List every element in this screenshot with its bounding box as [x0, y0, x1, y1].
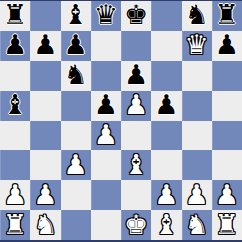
square-e1[interactable]: ♚: [121, 210, 151, 240]
square-g1[interactable]: ♞: [182, 210, 212, 240]
square-h7[interactable]: ♟: [212, 31, 242, 61]
square-d4[interactable]: ♟: [91, 121, 121, 151]
piece-white-bishop-e3[interactable]: ♝: [124, 151, 148, 178]
square-d5[interactable]: ♟: [91, 91, 121, 121]
piece-black-bishop-a5[interactable]: ♝: [3, 91, 27, 118]
square-c4[interactable]: [61, 121, 91, 151]
square-c2[interactable]: [61, 180, 91, 210]
square-g3[interactable]: [182, 150, 212, 180]
square-c6[interactable]: ♞: [61, 61, 91, 91]
square-c7[interactable]: ♟: [61, 31, 91, 61]
square-g7[interactable]: ♛: [182, 31, 212, 61]
square-b2[interactable]: ♟: [30, 180, 60, 210]
square-e2[interactable]: [121, 180, 151, 210]
square-f4[interactable]: [151, 121, 181, 151]
square-a6[interactable]: [0, 61, 30, 91]
square-e7[interactable]: [121, 31, 151, 61]
square-g2[interactable]: ♟: [182, 180, 212, 210]
piece-white-pawn-d4[interactable]: ♟: [94, 121, 118, 148]
piece-white-pawn-b2[interactable]: ♟: [33, 181, 57, 208]
square-a3[interactable]: [0, 150, 30, 180]
square-c8[interactable]: ♝: [61, 1, 91, 31]
square-d2[interactable]: [91, 180, 121, 210]
square-b4[interactable]: [30, 121, 60, 151]
square-d1[interactable]: [91, 210, 121, 240]
square-c5[interactable]: [61, 91, 91, 121]
piece-black-bishop-c8[interactable]: ♝: [64, 1, 88, 28]
square-b8[interactable]: [30, 1, 60, 31]
piece-black-pawn-e6[interactable]: ♟: [124, 61, 148, 88]
piece-white-pawn-a2[interactable]: ♟: [3, 181, 27, 208]
piece-white-bishop-f1[interactable]: ♝: [154, 211, 178, 238]
square-h6[interactable]: [212, 61, 242, 91]
piece-white-knight-b1[interactable]: ♞: [33, 211, 57, 238]
square-h1[interactable]: ♜: [212, 210, 242, 240]
square-f6[interactable]: [151, 61, 181, 91]
square-a4[interactable]: [0, 121, 30, 151]
piece-black-rook-a8[interactable]: ♜: [3, 1, 27, 28]
piece-black-rook-h8[interactable]: ♜: [215, 1, 239, 28]
piece-black-queen-d8[interactable]: ♛: [94, 1, 118, 28]
square-g5[interactable]: [182, 91, 212, 121]
square-b1[interactable]: ♞: [30, 210, 60, 240]
piece-white-knight-g1[interactable]: ♞: [185, 211, 209, 238]
square-d8[interactable]: ♛: [91, 1, 121, 31]
square-f2[interactable]: ♟: [151, 180, 181, 210]
square-f3[interactable]: [151, 150, 181, 180]
piece-black-pawn-b7[interactable]: ♟: [33, 31, 57, 58]
square-h4[interactable]: [212, 121, 242, 151]
square-f1[interactable]: ♝: [151, 210, 181, 240]
piece-white-pawn-g2[interactable]: ♟: [185, 181, 209, 208]
square-a2[interactable]: ♟: [0, 180, 30, 210]
square-e5[interactable]: ♟: [121, 91, 151, 121]
square-a5[interactable]: ♝: [0, 91, 30, 121]
square-c3[interactable]: ♟: [61, 150, 91, 180]
square-a7[interactable]: ♟: [0, 31, 30, 61]
square-b5[interactable]: [30, 91, 60, 121]
square-f7[interactable]: [151, 31, 181, 61]
piece-white-king-e1[interactable]: ♚: [124, 211, 148, 238]
piece-black-pawn-c7[interactable]: ♟: [64, 31, 88, 58]
piece-black-pawn-f5[interactable]: ♟: [154, 91, 178, 118]
square-e4[interactable]: [121, 121, 151, 151]
square-d7[interactable]: [91, 31, 121, 61]
square-c1[interactable]: [61, 210, 91, 240]
square-g4[interactable]: [182, 121, 212, 151]
square-g6[interactable]: [182, 61, 212, 91]
square-f8[interactable]: [151, 1, 181, 31]
piece-black-pawn-h7[interactable]: ♟: [215, 31, 239, 58]
chess-board: ♜♝♛♚♞♜♟♟♟♛♟♞♟♝♟♟♟♟♟♝♟♟♟♟♟♜♞♚♝♞♜: [0, 0, 242, 242]
square-h3[interactable]: [212, 150, 242, 180]
square-d3[interactable]: [91, 150, 121, 180]
piece-white-rook-a1[interactable]: ♜: [3, 211, 27, 238]
piece-black-pawn-a7[interactable]: ♟: [3, 31, 27, 58]
square-b7[interactable]: ♟: [30, 31, 60, 61]
piece-white-pawn-f2[interactable]: ♟: [154, 181, 178, 208]
square-e8[interactable]: ♚: [121, 1, 151, 31]
square-a8[interactable]: ♜: [0, 1, 30, 31]
square-h5[interactable]: [212, 91, 242, 121]
square-e6[interactable]: ♟: [121, 61, 151, 91]
piece-white-pawn-e5[interactable]: ♟: [124, 91, 148, 118]
square-d6[interactable]: [91, 61, 121, 91]
square-h8[interactable]: ♜: [212, 1, 242, 31]
square-b3[interactable]: [30, 150, 60, 180]
piece-white-rook-h1[interactable]: ♜: [215, 211, 239, 238]
square-e3[interactable]: ♝: [121, 150, 151, 180]
piece-black-knight-g8[interactable]: ♞: [185, 1, 209, 28]
piece-white-queen-g7[interactable]: ♛: [185, 31, 209, 58]
square-f5[interactable]: ♟: [151, 91, 181, 121]
piece-white-pawn-h2[interactable]: ♟: [215, 181, 239, 208]
piece-black-pawn-d5[interactable]: ♟: [94, 91, 118, 118]
square-h2[interactable]: ♟: [212, 180, 242, 210]
piece-black-knight-c6[interactable]: ♞: [64, 61, 88, 88]
square-g8[interactable]: ♞: [182, 1, 212, 31]
piece-black-king-e8[interactable]: ♚: [124, 1, 148, 28]
piece-white-pawn-c3[interactable]: ♟: [64, 151, 88, 178]
square-b6[interactable]: [30, 61, 60, 91]
square-a1[interactable]: ♜: [0, 210, 30, 240]
